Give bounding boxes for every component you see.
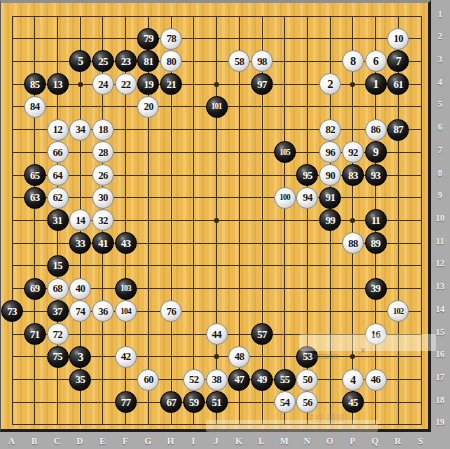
white-stone-74[interactable]: 74 [69, 300, 91, 322]
white-stone-26[interactable]: 26 [92, 164, 114, 186]
black-stone-5[interactable]: 5 [69, 50, 91, 72]
white-stone-10[interactable]: 10 [387, 28, 409, 50]
black-stone-41[interactable]: 41 [92, 232, 114, 254]
white-stone-32[interactable]: 32 [92, 209, 114, 231]
white-stone-72[interactable]: 72 [47, 323, 69, 345]
black-stone-43[interactable]: 43 [115, 232, 137, 254]
white-stone-8[interactable]: 8 [342, 50, 364, 72]
column-label-E: E [99, 436, 105, 446]
watermark-caption: 关注 围棋 [306, 412, 345, 425]
black-stone-73[interactable]: 73 [1, 300, 23, 322]
white-stone-58[interactable]: 58 [228, 50, 250, 72]
grid-vline [284, 16, 285, 426]
row-label-10: 10 [436, 213, 445, 223]
white-stone-24[interactable]: 24 [92, 73, 114, 95]
column-label-strip [0, 432, 450, 449]
column-label-A: A [8, 436, 15, 446]
black-stone-63[interactable]: 63 [24, 187, 46, 209]
column-label-L: L [259, 436, 265, 446]
white-stone-44[interactable]: 44 [206, 323, 228, 345]
black-stone-23[interactable]: 23 [115, 50, 137, 72]
black-stone-7[interactable]: 7 [387, 50, 409, 72]
column-label-I: I [192, 436, 196, 446]
row-label-4: 4 [438, 77, 443, 87]
black-stone-19[interactable]: 19 [137, 73, 159, 95]
black-stone-77[interactable]: 77 [115, 391, 137, 413]
row-label-19: 19 [436, 417, 445, 427]
white-stone-18[interactable]: 18 [92, 119, 114, 141]
row-label-14: 14 [436, 304, 445, 314]
row-label-5: 5 [438, 99, 443, 109]
black-stone-85[interactable]: 85 [24, 73, 46, 95]
black-stone-9[interactable]: 9 [365, 141, 387, 163]
column-label-N: N [304, 436, 311, 446]
black-stone-15[interactable]: 15 [47, 255, 69, 277]
row-label-1: 1 [438, 9, 443, 19]
white-stone-48[interactable]: 48 [228, 346, 250, 368]
white-stone-56[interactable]: 56 [296, 391, 318, 413]
row-label-9: 9 [438, 190, 443, 200]
star-point [350, 82, 355, 87]
black-stone-37[interactable]: 37 [47, 300, 69, 322]
white-stone-100[interactable]: 100 [274, 187, 296, 209]
star-point [78, 82, 83, 87]
go-board-screen: 1234567891011121314151618192021222324252… [0, 0, 450, 449]
black-stone-103[interactable]: 103 [115, 278, 137, 300]
column-label-C: C [54, 436, 61, 446]
watermark-band-lower [206, 420, 378, 432]
column-label-H: H [167, 436, 174, 446]
white-stone-88[interactable]: 88 [342, 232, 364, 254]
watermark-x-mark: × [360, 345, 366, 356]
white-stone-36[interactable]: 36 [92, 300, 114, 322]
go-board[interactable]: 1234567891011121314151618192021222324252… [0, 0, 431, 432]
row-label-7: 7 [438, 145, 443, 155]
star-point [214, 354, 219, 359]
white-stone-6[interactable]: 6 [365, 50, 387, 72]
watermark-fraction: 1/63019 [309, 352, 338, 361]
column-label-D: D [77, 436, 84, 446]
black-stone-75[interactable]: 75 [47, 346, 69, 368]
black-stone-55[interactable]: 55 [274, 369, 296, 391]
star-point [214, 82, 219, 87]
black-stone-87[interactable]: 87 [387, 119, 409, 141]
white-stone-64[interactable]: 64 [47, 164, 69, 186]
black-stone-45[interactable]: 45 [342, 391, 364, 413]
black-stone-35[interactable]: 35 [69, 369, 91, 391]
white-stone-96[interactable]: 96 [319, 141, 341, 163]
column-label-O: O [326, 436, 333, 446]
white-stone-86[interactable]: 86 [365, 119, 387, 141]
black-stone-79[interactable]: 79 [137, 28, 159, 50]
black-stone-33[interactable]: 33 [69, 232, 91, 254]
black-stone-1[interactable]: 1 [365, 73, 387, 95]
black-stone-89[interactable]: 89 [365, 232, 387, 254]
column-label-J: J [214, 436, 219, 446]
black-stone-83[interactable]: 83 [342, 164, 364, 186]
white-stone-22[interactable]: 22 [115, 73, 137, 95]
white-stone-40[interactable]: 40 [69, 278, 91, 300]
black-stone-21[interactable]: 21 [160, 73, 182, 95]
row-label-12: 12 [436, 258, 445, 268]
white-stone-54[interactable]: 54 [274, 391, 296, 413]
white-stone-52[interactable]: 52 [183, 369, 205, 391]
white-stone-92[interactable]: 92 [342, 141, 364, 163]
watermark-band-upper [299, 334, 436, 351]
white-stone-90[interactable]: 90 [319, 164, 341, 186]
black-stone-13[interactable]: 13 [47, 73, 69, 95]
black-stone-57[interactable]: 57 [251, 323, 273, 345]
column-label-S: S [418, 436, 423, 446]
star-point [214, 218, 219, 223]
white-stone-78[interactable]: 78 [160, 28, 182, 50]
black-stone-97[interactable]: 97 [251, 73, 273, 95]
black-stone-31[interactable]: 31 [47, 209, 69, 231]
white-stone-2[interactable]: 2 [319, 73, 341, 95]
black-stone-81[interactable]: 81 [137, 50, 159, 72]
column-label-G: G [144, 436, 151, 446]
row-label-15: 15 [436, 327, 445, 337]
grid-vline [421, 16, 422, 426]
black-stone-11[interactable]: 11 [365, 209, 387, 231]
white-stone-42[interactable]: 42 [115, 346, 137, 368]
black-stone-93[interactable]: 93 [365, 164, 387, 186]
black-stone-99[interactable]: 99 [319, 209, 341, 231]
white-stone-34[interactable]: 34 [69, 119, 91, 141]
white-stone-80[interactable]: 80 [160, 50, 182, 72]
white-stone-38[interactable]: 38 [206, 369, 228, 391]
black-stone-101[interactable]: 101 [206, 96, 228, 118]
white-stone-14[interactable]: 14 [69, 209, 91, 231]
black-stone-47[interactable]: 47 [228, 369, 250, 391]
row-label-17: 17 [436, 372, 445, 382]
white-stone-50[interactable]: 50 [296, 369, 318, 391]
black-stone-91[interactable]: 91 [319, 187, 341, 209]
row-label-13: 13 [436, 281, 445, 291]
black-stone-61[interactable]: 61 [387, 73, 409, 95]
star-point [350, 354, 355, 359]
white-stone-98[interactable]: 98 [251, 50, 273, 72]
row-label-3: 3 [438, 54, 443, 64]
white-stone-28[interactable]: 28 [92, 141, 114, 163]
white-stone-76[interactable]: 76 [160, 300, 182, 322]
column-label-P: P [350, 436, 356, 446]
white-stone-60[interactable]: 60 [137, 369, 159, 391]
column-label-K: K [235, 436, 242, 446]
column-label-Q: Q [372, 436, 379, 446]
white-stone-20[interactable]: 20 [137, 96, 159, 118]
row-label-8: 8 [438, 168, 443, 178]
white-stone-66[interactable]: 66 [47, 141, 69, 163]
white-stone-30[interactable]: 30 [92, 187, 114, 209]
black-stone-105[interactable]: 105 [274, 141, 296, 163]
white-stone-104[interactable]: 104 [115, 300, 137, 322]
white-stone-82[interactable]: 82 [319, 119, 341, 141]
white-stone-4[interactable]: 4 [342, 369, 364, 391]
black-stone-51[interactable]: 51 [206, 391, 228, 413]
white-stone-62[interactable]: 62 [47, 187, 69, 209]
black-stone-65[interactable]: 65 [24, 164, 46, 186]
row-label-16: 16 [436, 349, 445, 359]
column-label-M: M [280, 436, 289, 446]
white-stone-102[interactable]: 102 [387, 300, 409, 322]
white-stone-46[interactable]: 46 [365, 369, 387, 391]
black-stone-95[interactable]: 95 [296, 164, 318, 186]
row-label-2: 2 [438, 31, 443, 41]
column-label-B: B [31, 436, 37, 446]
black-stone-25[interactable]: 25 [92, 50, 114, 72]
row-label-18: 18 [436, 395, 445, 405]
black-stone-39[interactable]: 39 [365, 278, 387, 300]
white-stone-94[interactable]: 94 [296, 187, 318, 209]
black-stone-71[interactable]: 71 [24, 323, 46, 345]
black-stone-67[interactable]: 67 [160, 391, 182, 413]
grid-hline [12, 265, 422, 266]
white-stone-12[interactable]: 12 [47, 119, 69, 141]
star-point [350, 218, 355, 223]
white-stone-68[interactable]: 68 [47, 278, 69, 300]
white-stone-84[interactable]: 84 [24, 96, 46, 118]
column-label-R: R [395, 436, 402, 446]
black-stone-69[interactable]: 69 [24, 278, 46, 300]
black-stone-49[interactable]: 49 [251, 369, 273, 391]
row-label-11: 11 [436, 236, 445, 246]
column-label-F: F [122, 436, 128, 446]
row-label-6: 6 [438, 122, 443, 132]
black-stone-59[interactable]: 59 [183, 391, 205, 413]
black-stone-3[interactable]: 3 [69, 346, 91, 368]
